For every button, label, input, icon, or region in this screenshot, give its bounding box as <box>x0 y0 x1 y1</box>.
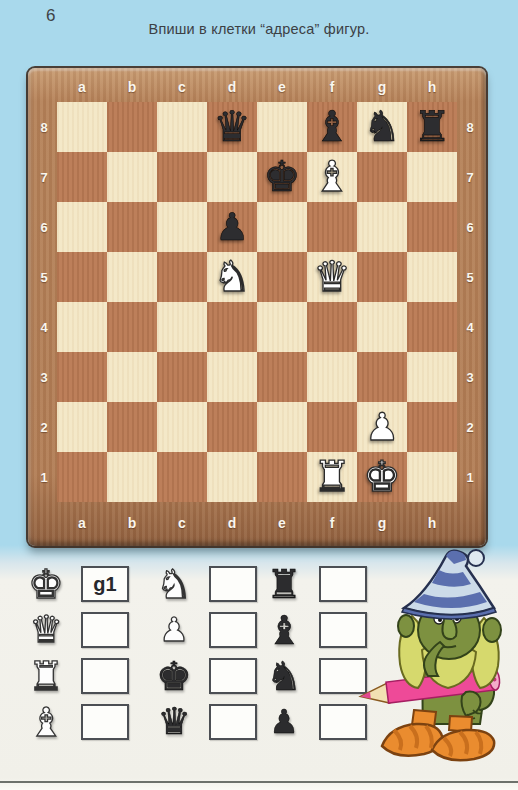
square-f8: ♝ <box>307 102 357 152</box>
square-f4 <box>307 302 357 352</box>
square-e3 <box>257 352 307 402</box>
black-rook: ♜ <box>413 102 451 152</box>
worksheet-row-black-rook: ♜ <box>258 561 367 607</box>
square-e2 <box>257 402 307 452</box>
answer-box-white-rook[interactable] <box>81 658 129 694</box>
answer-box-white-pawn[interactable] <box>209 612 257 648</box>
square-d4 <box>207 302 257 352</box>
chess-board-grid: abcdefgh8♛♝♞♜87♚♝76♟65♞♛544332♟21♜♚1abcd… <box>31 71 483 543</box>
white-pawn-icon: ♟ <box>148 608 200 652</box>
square-a2 <box>57 402 107 452</box>
worksheet-row-black-knight: ♞ <box>258 653 367 699</box>
file-label-bottom-c: c <box>157 502 207 543</box>
square-e4 <box>257 302 307 352</box>
square-g1: ♚ <box>357 452 407 502</box>
worksheet-row-black-king: ♚ <box>148 653 257 699</box>
rank-label-left-5: 5 <box>31 252 57 302</box>
square-g7 <box>357 152 407 202</box>
file-label-bottom-g: g <box>357 502 407 543</box>
file-label-top-d: d <box>207 71 257 102</box>
white-knight: ♞ <box>213 252 251 302</box>
worksheet-column-2: ♞♟♚♛ <box>148 561 257 745</box>
white-rook: ♜ <box>313 452 351 502</box>
rank-label-left-6: 6 <box>31 202 57 252</box>
file-label-top-h: h <box>407 71 457 102</box>
worksheet-column-3: ♜♝♞♟ <box>258 561 367 745</box>
white-queen-icon: ♛ <box>20 608 72 652</box>
board-corner <box>457 502 483 543</box>
rank-label-right-1: 1 <box>457 452 483 502</box>
black-rook-icon: ♜ <box>258 562 310 606</box>
white-bishop: ♝ <box>313 152 351 202</box>
rank-label-left-4: 4 <box>31 302 57 352</box>
square-h2 <box>407 402 457 452</box>
square-c1 <box>157 452 207 502</box>
white-bishop-icon: ♝ <box>20 700 72 744</box>
square-b2 <box>107 402 157 452</box>
answer-box-black-queen[interactable] <box>209 704 257 740</box>
square-h1 <box>407 452 457 502</box>
square-a8 <box>57 102 107 152</box>
file-label-bottom-h: h <box>407 502 457 543</box>
worksheet-row-black-pawn: ♟ <box>258 699 367 745</box>
square-g5 <box>357 252 407 302</box>
square-a3 <box>57 352 107 402</box>
square-a4 <box>57 302 107 352</box>
rank-label-left-8: 8 <box>31 102 57 152</box>
answer-box-white-knight[interactable] <box>209 566 257 602</box>
square-e1 <box>257 452 307 502</box>
square-h4 <box>407 302 457 352</box>
white-queen: ♛ <box>313 252 351 302</box>
file-label-bottom-b: b <box>107 502 157 543</box>
board-corner <box>31 502 57 543</box>
square-h7 <box>407 152 457 202</box>
answer-box-white-queen[interactable] <box>81 612 129 648</box>
worksheet-row-black-queen: ♛ <box>148 699 257 745</box>
file-label-top-g: g <box>357 71 407 102</box>
black-pawn: ♟ <box>215 202 249 252</box>
worksheet-row-white-knight: ♞ <box>148 561 257 607</box>
black-bishop-icon: ♝ <box>258 608 310 652</box>
worksheet-row-white-queen: ♛ <box>20 607 129 653</box>
board-corner <box>31 71 57 102</box>
white-king-icon: ♚ <box>20 562 72 606</box>
gnome-ear <box>483 618 501 642</box>
file-label-top-b: b <box>107 71 157 102</box>
white-king: ♚ <box>363 452 401 502</box>
square-c8 <box>157 102 207 152</box>
square-g8: ♞ <box>357 102 407 152</box>
square-b5 <box>107 252 157 302</box>
black-knight: ♞ <box>363 102 401 152</box>
square-c4 <box>157 302 207 352</box>
rank-label-right-4: 4 <box>457 302 483 352</box>
gnome-mascot-illustration <box>354 546 516 790</box>
file-label-top-f: f <box>307 71 357 102</box>
worksheet-column-1: ♚g1♛♜♝ <box>20 561 129 745</box>
square-h5 <box>407 252 457 302</box>
rank-label-right-6: 6 <box>457 202 483 252</box>
square-b4 <box>107 302 157 352</box>
square-d1 <box>207 452 257 502</box>
square-d7 <box>207 152 257 202</box>
black-pawn-icon: ♟ <box>258 700 310 744</box>
answer-box-white-king[interactable]: g1 <box>81 566 129 602</box>
square-c2 <box>157 402 207 452</box>
white-knight-icon: ♞ <box>148 562 200 606</box>
gnome-ear <box>398 615 414 637</box>
square-d2 <box>207 402 257 452</box>
file-label-bottom-a: a <box>57 502 107 543</box>
square-b7 <box>107 152 157 202</box>
black-queen: ♛ <box>213 102 251 152</box>
rank-label-left-3: 3 <box>31 352 57 402</box>
square-c7 <box>157 152 207 202</box>
rank-label-left-7: 7 <box>31 152 57 202</box>
square-c6 <box>157 202 207 252</box>
file-label-top-c: c <box>157 71 207 102</box>
black-queen-icon: ♛ <box>148 700 200 744</box>
white-pawn: ♟ <box>365 402 399 452</box>
square-c3 <box>157 352 207 402</box>
file-label-top-e: e <box>257 71 307 102</box>
file-label-top-a: a <box>57 71 107 102</box>
rank-label-right-5: 5 <box>457 252 483 302</box>
square-g6 <box>357 202 407 252</box>
square-f6 <box>307 202 357 252</box>
square-f1: ♜ <box>307 452 357 502</box>
rank-label-left-2: 2 <box>31 402 57 452</box>
file-label-bottom-d: d <box>207 502 257 543</box>
square-d5: ♞ <box>207 252 257 302</box>
white-rook-icon: ♜ <box>20 654 72 698</box>
page-bottom-edge <box>0 781 518 783</box>
square-a1 <box>57 452 107 502</box>
black-bishop: ♝ <box>313 102 351 152</box>
rank-label-right-8: 8 <box>457 102 483 152</box>
square-h8: ♜ <box>407 102 457 152</box>
square-b6 <box>107 202 157 252</box>
rank-label-right-7: 7 <box>457 152 483 202</box>
black-knight-icon: ♞ <box>258 654 310 698</box>
answer-box-white-bishop[interactable] <box>81 704 129 740</box>
square-c5 <box>157 252 207 302</box>
square-h6 <box>407 202 457 252</box>
rank-label-right-3: 3 <box>457 352 483 402</box>
rank-label-right-2: 2 <box>457 402 483 452</box>
square-f5: ♛ <box>307 252 357 302</box>
worksheet-row-white-king: ♚g1 <box>20 561 129 607</box>
chess-board: abcdefgh8♛♝♞♜87♚♝76♟65♞♛544332♟21♜♚1abcd… <box>28 68 486 546</box>
square-d6: ♟ <box>207 202 257 252</box>
black-king: ♚ <box>263 152 301 202</box>
rank-label-left-1: 1 <box>31 452 57 502</box>
file-label-bottom-f: f <box>307 502 357 543</box>
worksheet-row-black-bishop: ♝ <box>258 607 367 653</box>
square-f7: ♝ <box>307 152 357 202</box>
square-g4 <box>357 302 407 352</box>
square-d8: ♛ <box>207 102 257 152</box>
square-e5 <box>257 252 307 302</box>
square-e6 <box>257 202 307 252</box>
page-title: Впиши в клетки “адреса” фигур. <box>0 21 518 37</box>
gnome-hat <box>402 550 496 619</box>
square-b8 <box>107 102 157 152</box>
workbook-page: 6 Впиши в клетки “адреса” фигур. abcdefg… <box>0 0 518 790</box>
answer-box-black-king[interactable] <box>209 658 257 694</box>
square-g3 <box>357 352 407 402</box>
square-b3 <box>107 352 157 402</box>
square-d3 <box>207 352 257 402</box>
black-king-icon: ♚ <box>148 654 200 698</box>
square-e8 <box>257 102 307 152</box>
worksheet-row-white-pawn: ♟ <box>148 607 257 653</box>
square-a7 <box>57 152 107 202</box>
worksheet-row-white-rook: ♜ <box>20 653 129 699</box>
square-b1 <box>107 452 157 502</box>
square-f2 <box>307 402 357 452</box>
board-corner <box>457 71 483 102</box>
file-label-bottom-e: e <box>257 502 307 543</box>
square-a5 <box>57 252 107 302</box>
worksheet-row-white-bishop: ♝ <box>20 699 129 745</box>
square-h3 <box>407 352 457 402</box>
square-g2: ♟ <box>357 402 407 452</box>
square-f3 <box>307 352 357 402</box>
square-e7: ♚ <box>257 152 307 202</box>
square-a6 <box>57 202 107 252</box>
